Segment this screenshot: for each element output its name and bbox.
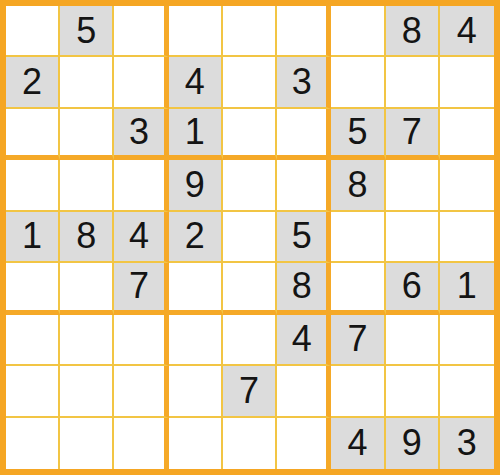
sudoku-board: 584243315798184257861477493	[0, 0, 500, 475]
cell-r1c4-empty[interactable]	[169, 6, 223, 57]
cell-r5c1-given: 1	[6, 212, 60, 263]
cell-r2c4-given: 4	[169, 57, 223, 108]
cell-r3c9-empty[interactable]	[440, 109, 494, 160]
cell-r7c4-empty[interactable]	[169, 315, 223, 366]
cell-r5c5-empty[interactable]	[223, 212, 277, 263]
cell-r7c1-empty[interactable]	[6, 315, 60, 366]
cell-r5c3-given: 4	[114, 212, 168, 263]
cell-r5c6-given: 5	[277, 212, 331, 263]
cell-r3c7-given: 5	[331, 109, 385, 160]
cell-r2c6-given: 3	[277, 57, 331, 108]
cell-r1c8-given: 8	[386, 6, 440, 57]
cell-r4c7-given: 8	[331, 160, 385, 211]
cell-r8c1-empty[interactable]	[6, 366, 60, 417]
cell-r8c2-empty[interactable]	[60, 366, 114, 417]
cell-r8c9-empty[interactable]	[440, 366, 494, 417]
cell-r8c8-empty[interactable]	[386, 366, 440, 417]
cell-r4c1-empty[interactable]	[6, 160, 60, 211]
cell-r1c2-given: 5	[60, 6, 114, 57]
cell-r7c8-empty[interactable]	[386, 315, 440, 366]
cell-r3c2-empty[interactable]	[60, 109, 114, 160]
cell-r9c9-given: 3	[440, 418, 494, 469]
cell-r2c9-empty[interactable]	[440, 57, 494, 108]
cell-r8c4-empty[interactable]	[169, 366, 223, 417]
cell-r1c3-empty[interactable]	[114, 6, 168, 57]
cell-r6c9-given: 1	[440, 263, 494, 314]
cell-r6c6-given: 8	[277, 263, 331, 314]
cell-r1c6-empty[interactable]	[277, 6, 331, 57]
cell-r6c3-given: 7	[114, 263, 168, 314]
cell-r7c6-given: 4	[277, 315, 331, 366]
cell-r8c3-empty[interactable]	[114, 366, 168, 417]
cell-r2c3-empty[interactable]	[114, 57, 168, 108]
cell-r9c2-empty[interactable]	[60, 418, 114, 469]
cell-r4c2-empty[interactable]	[60, 160, 114, 211]
cell-r6c4-empty[interactable]	[169, 263, 223, 314]
cell-r6c8-given: 6	[386, 263, 440, 314]
cell-r8c6-empty[interactable]	[277, 366, 331, 417]
cell-r7c5-empty[interactable]	[223, 315, 277, 366]
cell-r3c8-given: 7	[386, 109, 440, 160]
cell-r6c2-empty[interactable]	[60, 263, 114, 314]
cell-r3c3-given: 3	[114, 109, 168, 160]
cell-r2c7-empty[interactable]	[331, 57, 385, 108]
cell-r8c5-given: 7	[223, 366, 277, 417]
cell-r1c5-empty[interactable]	[223, 6, 277, 57]
cell-r9c5-empty[interactable]	[223, 418, 277, 469]
cell-r2c8-empty[interactable]	[386, 57, 440, 108]
cell-r4c6-empty[interactable]	[277, 160, 331, 211]
cell-r4c3-empty[interactable]	[114, 160, 168, 211]
cell-r4c5-empty[interactable]	[223, 160, 277, 211]
cell-r5c4-given: 2	[169, 212, 223, 263]
cell-r9c7-given: 4	[331, 418, 385, 469]
cell-r5c2-given: 8	[60, 212, 114, 263]
cell-r9c6-empty[interactable]	[277, 418, 331, 469]
cell-r9c1-empty[interactable]	[6, 418, 60, 469]
cell-r3c1-empty[interactable]	[6, 109, 60, 160]
cell-r2c5-empty[interactable]	[223, 57, 277, 108]
cell-r1c1-empty[interactable]	[6, 6, 60, 57]
cell-r5c8-empty[interactable]	[386, 212, 440, 263]
cell-r1c9-given: 4	[440, 6, 494, 57]
cell-r6c7-empty[interactable]	[331, 263, 385, 314]
cell-r2c2-empty[interactable]	[60, 57, 114, 108]
cell-r9c8-given: 9	[386, 418, 440, 469]
cell-r9c4-empty[interactable]	[169, 418, 223, 469]
cell-r5c9-empty[interactable]	[440, 212, 494, 263]
cell-r3c6-empty[interactable]	[277, 109, 331, 160]
cell-r8c7-empty[interactable]	[331, 366, 385, 417]
cell-r1c7-empty[interactable]	[331, 6, 385, 57]
cell-r7c9-empty[interactable]	[440, 315, 494, 366]
cell-r7c7-given: 7	[331, 315, 385, 366]
cell-r3c4-given: 1	[169, 109, 223, 160]
cell-r3c5-empty[interactable]	[223, 109, 277, 160]
cell-r4c9-empty[interactable]	[440, 160, 494, 211]
cell-r2c1-given: 2	[6, 57, 60, 108]
cell-r4c8-empty[interactable]	[386, 160, 440, 211]
cell-r7c3-empty[interactable]	[114, 315, 168, 366]
cell-r6c5-empty[interactable]	[223, 263, 277, 314]
cell-r7c2-empty[interactable]	[60, 315, 114, 366]
cell-r6c1-empty[interactable]	[6, 263, 60, 314]
cell-r9c3-empty[interactable]	[114, 418, 168, 469]
cell-r5c7-empty[interactable]	[331, 212, 385, 263]
cell-r4c4-given: 9	[169, 160, 223, 211]
